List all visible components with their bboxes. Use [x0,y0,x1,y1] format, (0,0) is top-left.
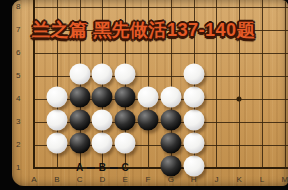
choice-label-a[interactable]: A [76,163,83,173]
white-stone-H3 [183,110,204,131]
white-stone-D3 [92,110,113,131]
problem-title: 兰之篇 黑先做活137-140题 [32,18,255,42]
coord-col-K: K [237,176,242,184]
video-frame: 兰之篇 黑先做活137-140题 ABC ABCDEFGHJKLM1234567… [0,0,288,190]
coord-col-B: B [54,176,59,184]
coord-col-A: A [31,176,36,184]
black-stone-D4 [92,87,113,108]
coord-col-G: G [168,176,174,184]
black-stone-C4 [69,87,90,108]
black-stone-C2 [69,133,90,154]
coord-row-4: 4 [16,95,20,103]
coord-col-M: M [281,176,288,184]
coord-row-8: 8 [16,3,20,11]
black-stone-G2 [160,133,181,154]
go-board[interactable]: 兰之篇 黑先做活137-140题 ABC ABCDEFGHJKLM1234567… [12,0,288,186]
grid-line-row-8 [34,7,288,8]
star-point-K4 [237,97,242,102]
choice-label-b[interactable]: B [99,163,106,173]
white-stone-B4 [46,87,67,108]
black-stone-E3 [115,110,136,131]
coord-col-H: H [191,176,197,184]
coord-row-3: 3 [16,118,20,126]
black-stone-G3 [160,110,181,131]
black-stone-E4 [115,87,136,108]
white-stone-G4 [160,87,181,108]
white-stone-H5 [183,64,204,85]
coord-col-J: J [214,176,218,184]
choice-dash [110,167,118,169]
white-stone-B2 [46,133,67,154]
black-stone-F3 [138,110,159,131]
white-stone-H2 [183,133,204,154]
white-stone-C5 [69,64,90,85]
white-stone-H4 [183,87,204,108]
white-stone-E5 [115,64,136,85]
coord-row-7: 7 [16,26,20,34]
white-stone-F4 [138,87,159,108]
grid-line-row-6 [34,53,288,54]
coord-col-E: E [123,176,128,184]
white-stone-E2 [115,133,136,154]
coord-row-6: 6 [16,49,20,57]
coord-col-D: D [100,176,106,184]
white-stone-H1 [183,156,204,177]
black-stone-G1 [160,156,181,177]
coord-col-L: L [260,176,264,184]
grid-line-col-L [262,0,263,169]
black-stone-C3 [69,110,90,131]
choice-dash [87,167,95,169]
choice-label-c[interactable]: C [122,163,129,173]
white-stone-D5 [92,64,113,85]
coord-col-F: F [146,176,151,184]
grid-line-col-M [285,0,286,169]
coord-row-5: 5 [16,72,20,80]
coord-col-C: C [77,176,83,184]
white-stone-D2 [92,133,113,154]
coord-row-2: 2 [16,141,20,149]
coord-row-1: 1 [16,164,20,172]
white-stone-B3 [46,110,67,131]
